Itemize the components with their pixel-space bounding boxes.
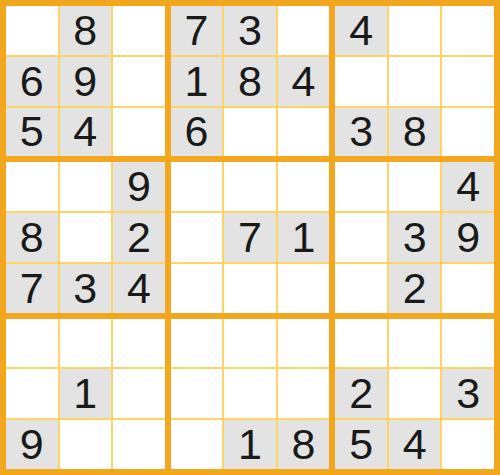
cell-r8c6[interactable] [278,369,330,418]
cell-r3c2: 4 [60,108,112,157]
cell-r6c4[interactable] [171,264,223,313]
cell-r4c8[interactable] [389,162,441,211]
cell-r8c4[interactable] [171,369,223,418]
cell-r4c4[interactable] [171,162,223,211]
box-6: 4392 [335,162,494,312]
cell-r5c9: 9 [442,213,494,262]
cell-r2c5: 8 [224,57,276,106]
cell-r9c1: 9 [6,420,58,469]
cell-r6c6[interactable] [278,264,330,313]
cell-r2c2: 9 [60,57,112,106]
cell-r4c5[interactable] [224,162,276,211]
cell-r4c1[interactable] [6,162,58,211]
cell-r7c9[interactable] [442,319,494,368]
cell-r2c6: 4 [278,57,330,106]
cell-r8c2: 1 [60,369,112,418]
cell-r2c3[interactable] [113,57,165,106]
cell-r7c7[interactable] [335,319,387,368]
cell-r4c3: 9 [113,162,165,211]
box-4: 982734 [6,162,165,312]
cell-r9c7: 5 [335,420,387,469]
cell-r5c2[interactable] [60,213,112,262]
cell-r6c2: 3 [60,264,112,313]
cell-r9c8: 4 [389,420,441,469]
cell-r7c4[interactable] [171,319,223,368]
cell-r9c2[interactable] [60,420,112,469]
cell-r5c4[interactable] [171,213,223,262]
cell-r9c9[interactable] [442,420,494,469]
cell-r2c8[interactable] [389,57,441,106]
cell-r3c7: 3 [335,108,387,157]
cell-r1c7: 4 [335,6,387,55]
cell-r6c1: 7 [6,264,58,313]
cell-r9c5: 1 [224,420,276,469]
cell-r3c8: 8 [389,108,441,157]
box-1: 86954 [6,6,165,156]
cell-r1c8[interactable] [389,6,441,55]
cell-r7c5[interactable] [224,319,276,368]
cell-r3c4: 6 [171,108,223,157]
box-3: 438 [335,6,494,156]
cell-r5c7[interactable] [335,213,387,262]
cell-r7c1[interactable] [6,319,58,368]
cell-r8c3[interactable] [113,369,165,418]
cell-r9c4[interactable] [171,420,223,469]
cell-r1c2: 8 [60,6,112,55]
cell-r4c2[interactable] [60,162,112,211]
cell-r7c2[interactable] [60,319,112,368]
cell-r3c9[interactable] [442,108,494,157]
cell-r7c8[interactable] [389,319,441,368]
cell-r8c9: 3 [442,369,494,418]
cell-r1c5: 3 [224,6,276,55]
cell-r5c8: 3 [389,213,441,262]
cell-r8c5[interactable] [224,369,276,418]
cell-r4c7[interactable] [335,162,387,211]
cell-r6c5[interactable] [224,264,276,313]
cell-r5c5: 7 [224,213,276,262]
cell-r8c8[interactable] [389,369,441,418]
cell-r8c1[interactable] [6,369,58,418]
cell-r6c7[interactable] [335,264,387,313]
cell-r6c9[interactable] [442,264,494,313]
cell-r1c9[interactable] [442,6,494,55]
cell-r5c6: 1 [278,213,330,262]
cell-r3c6[interactable] [278,108,330,157]
cell-r3c1: 5 [6,108,58,157]
box-7: 19 [6,319,165,469]
cell-r1c1[interactable] [6,6,58,55]
cell-r2c1: 6 [6,57,58,106]
cell-r2c4: 1 [171,57,223,106]
cell-r2c7[interactable] [335,57,387,106]
cell-r4c9: 4 [442,162,494,211]
cell-r8c7: 2 [335,369,387,418]
cell-r1c3[interactable] [113,6,165,55]
cell-r6c3: 4 [113,264,165,313]
cell-r3c3[interactable] [113,108,165,157]
cell-r6c8: 2 [389,264,441,313]
cell-r7c6[interactable] [278,319,330,368]
box-8: 18 [171,319,330,469]
cell-r7c3[interactable] [113,319,165,368]
cell-r1c6[interactable] [278,6,330,55]
sudoku-board: 8695473184643898273471439219182354 [0,0,500,475]
box-2: 731846 [171,6,330,156]
cell-r5c1: 8 [6,213,58,262]
box-9: 2354 [335,319,494,469]
cell-r9c3[interactable] [113,420,165,469]
cell-r2c9[interactable] [442,57,494,106]
cell-r4c6[interactable] [278,162,330,211]
cell-r5c3: 2 [113,213,165,262]
cell-r9c6: 8 [278,420,330,469]
cell-r3c5[interactable] [224,108,276,157]
cell-r1c4: 7 [171,6,223,55]
box-5: 71 [171,162,330,312]
